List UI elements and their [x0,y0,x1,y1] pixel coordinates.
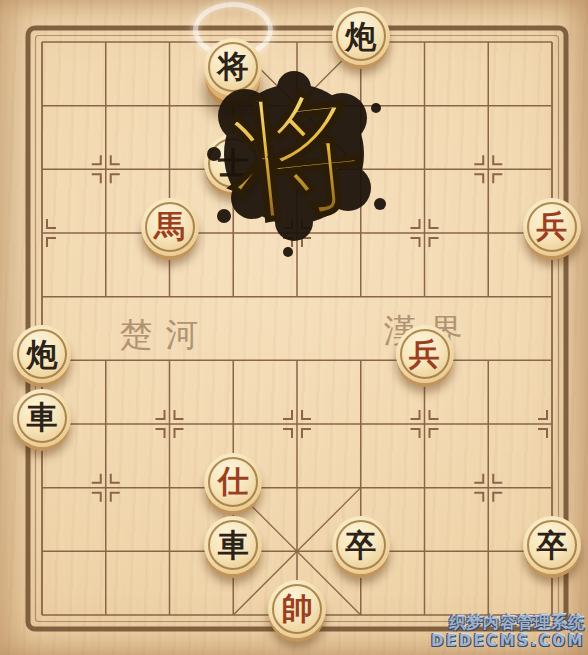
intersection-5-4[interactable] [329,265,393,329]
intersection-2-6[interactable] [138,392,202,456]
intersection-0-3[interactable] [10,201,74,265]
intersection-0-8[interactable] [10,519,74,583]
intersection-7-7[interactable] [456,456,520,520]
check-banner: 将 [190,56,404,260]
intersection-1-5[interactable] [74,328,138,392]
intersection-1-4[interactable] [74,265,138,329]
intersection-0-2[interactable] [10,137,74,201]
intersection-8-1[interactable] [520,74,584,138]
intersection-7-1[interactable] [456,74,520,138]
watermark-line1: 织梦内容管理系统 [431,613,585,632]
intersection-5-6[interactable] [329,392,393,456]
intersection-6-6[interactable] [393,392,457,456]
intersection-0-4[interactable] [10,265,74,329]
piece-black-soldier-a[interactable]: 卒 [332,516,390,574]
intersection-1-1[interactable] [74,74,138,138]
watermark: 织梦内容管理系统 DEDECMS.COM [431,613,585,650]
piece-character: 車 [13,389,71,447]
watermark-line2: DEDECMS.COM [431,632,585,650]
piece-black-cannon-b[interactable]: 炮 [13,325,71,383]
intersection-3-9[interactable] [201,583,265,647]
intersection-5-7[interactable] [329,456,393,520]
piece-character: 帥 [268,580,326,638]
intersection-8-2[interactable] [520,137,584,201]
intersection-0-9[interactable] [10,583,74,647]
piece-black-chariot-a[interactable]: 車 [13,389,71,447]
intersection-7-3[interactable] [456,201,520,265]
intersection-5-5[interactable] [329,328,393,392]
intersection-0-1[interactable] [10,74,74,138]
piece-character: 兵 [396,325,454,383]
intersection-7-8[interactable] [456,519,520,583]
intersection-2-4[interactable] [138,265,202,329]
piece-character: 車 [204,516,262,574]
intersection-2-9[interactable] [138,583,202,647]
intersection-3-6[interactable] [201,392,265,456]
intersection-7-5[interactable] [456,328,520,392]
intersection-1-2[interactable] [74,137,138,201]
intersection-4-6[interactable] [265,392,329,456]
intersection-8-6[interactable] [520,392,584,456]
piece-red-soldier-a[interactable]: 兵 [523,198,581,256]
intersection-8-0[interactable] [520,10,584,74]
intersection-4-5[interactable] [265,328,329,392]
piece-character: 仕 [204,453,262,511]
intersection-1-9[interactable] [74,583,138,647]
intersection-4-7[interactable] [265,456,329,520]
piece-character: 炮 [13,325,71,383]
intersection-8-7[interactable] [520,456,584,520]
intersection-6-4[interactable] [393,265,457,329]
intersection-1-7[interactable] [74,456,138,520]
intersection-2-5[interactable] [138,328,202,392]
intersection-6-8[interactable] [393,519,457,583]
intersection-4-4[interactable] [265,265,329,329]
intersection-1-0[interactable] [74,10,138,74]
intersection-6-7[interactable] [393,456,457,520]
intersection-1-3[interactable] [74,201,138,265]
intersection-2-7[interactable] [138,456,202,520]
check-banner-text: 将 [217,71,369,238]
intersection-1-6[interactable] [74,392,138,456]
piece-character: 卒 [332,516,390,574]
intersection-2-8[interactable] [138,519,202,583]
intersection-7-0[interactable] [456,10,520,74]
intersection-0-0[interactable] [10,10,74,74]
intersection-0-7[interactable] [10,456,74,520]
intersection-8-5[interactable] [520,328,584,392]
piece-character: 卒 [523,516,581,574]
intersection-7-2[interactable] [456,137,520,201]
piece-red-advisor[interactable]: 仕 [204,453,262,511]
xiangqi-game-screen: 楚河漢界 将 织梦内容管理系统 DEDECMS.COM 炮将士馬兵炮兵車仕車卒卒… [0,0,588,655]
intersection-3-5[interactable] [201,328,265,392]
intersection-4-8[interactable] [265,519,329,583]
piece-character: 兵 [523,198,581,256]
intersection-5-9[interactable] [329,583,393,647]
piece-black-chariot-b[interactable]: 車 [204,516,262,574]
intersection-7-4[interactable] [456,265,520,329]
piece-red-general[interactable]: 帥 [268,580,326,638]
intersection-3-4[interactable] [201,265,265,329]
piece-red-soldier-b[interactable]: 兵 [396,325,454,383]
intersection-1-8[interactable] [74,519,138,583]
intersection-8-4[interactable] [520,265,584,329]
piece-black-soldier-b[interactable]: 卒 [523,516,581,574]
intersection-7-6[interactable] [456,392,520,456]
